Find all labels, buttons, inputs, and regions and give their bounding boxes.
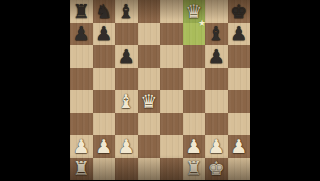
square-g5[interactable] (205, 68, 228, 91)
square-d5[interactable] (138, 68, 161, 91)
black-pawn[interactable]: ♟ (208, 46, 225, 65)
square-c4[interactable]: ♝ (115, 90, 138, 113)
letterbox-bar-right (250, 0, 320, 180)
square-b6[interactable] (93, 45, 116, 68)
square-f6[interactable] (183, 45, 206, 68)
square-h3[interactable] (228, 113, 251, 136)
white-bishop[interactable]: ♝ (118, 91, 135, 110)
square-d7[interactable] (138, 23, 161, 46)
square-a4[interactable] (70, 90, 93, 113)
square-a2[interactable]: ♟ (70, 135, 93, 158)
square-h1[interactable] (228, 158, 251, 181)
square-h7[interactable]: ♟ (228, 23, 251, 46)
square-d2[interactable] (138, 135, 161, 158)
square-e8[interactable] (160, 0, 183, 23)
square-c2[interactable]: ♟ (115, 135, 138, 158)
white-queen[interactable]: ♛ (185, 1, 202, 20)
square-g4[interactable] (205, 90, 228, 113)
square-c5[interactable] (115, 68, 138, 91)
square-f1[interactable]: ♜ (183, 158, 206, 181)
white-pawn[interactable]: ♟ (118, 136, 135, 155)
black-knight[interactable]: ♞ (95, 1, 112, 20)
square-h2[interactable]: ♟ (228, 135, 251, 158)
square-d3[interactable] (138, 113, 161, 136)
square-g1[interactable]: ♚ (205, 158, 228, 181)
square-d6[interactable] (138, 45, 161, 68)
square-h8[interactable]: ♚ (228, 0, 251, 23)
black-bishop[interactable]: ♝ (208, 24, 225, 43)
square-c6[interactable]: ♟ (115, 45, 138, 68)
square-g2[interactable]: ♟ (205, 135, 228, 158)
square-f4[interactable] (183, 90, 206, 113)
white-pawn[interactable]: ♟ (185, 136, 202, 155)
black-king[interactable]: ♚ (230, 1, 247, 20)
square-h4[interactable] (228, 90, 251, 113)
square-b1[interactable] (93, 158, 116, 181)
square-g7[interactable]: ♝ (205, 23, 228, 46)
black-pawn[interactable]: ♟ (73, 24, 90, 43)
white-rook[interactable]: ♜ (73, 159, 90, 178)
black-bishop[interactable]: ♝ (118, 1, 135, 20)
square-g8[interactable] (205, 0, 228, 23)
white-pawn[interactable]: ♟ (95, 136, 112, 155)
square-a6[interactable] (70, 45, 93, 68)
white-queen[interactable]: ♛ (140, 91, 157, 110)
black-pawn[interactable]: ♟ (118, 46, 135, 65)
square-b4[interactable] (93, 90, 116, 113)
square-g6[interactable]: ♟ (205, 45, 228, 68)
square-d1[interactable] (138, 158, 161, 181)
square-c3[interactable] (115, 113, 138, 136)
square-h6[interactable] (228, 45, 251, 68)
chess-board: ♜♞♝♛★♚♟♟♝♟♟♟♝♛♟♟♟♟♟♟♜♜♚ (70, 0, 250, 180)
square-b5[interactable] (93, 68, 116, 91)
square-f7[interactable] (183, 23, 206, 46)
black-pawn[interactable]: ♟ (230, 24, 247, 43)
square-a7[interactable]: ♟ (70, 23, 93, 46)
square-h5[interactable] (228, 68, 251, 91)
square-b7[interactable]: ♟ (93, 23, 116, 46)
white-rook[interactable]: ♜ (185, 159, 202, 178)
black-pawn[interactable]: ♟ (95, 24, 112, 43)
square-d4[interactable]: ♛ (138, 90, 161, 113)
square-b2[interactable]: ♟ (93, 135, 116, 158)
white-pawn[interactable]: ♟ (73, 136, 90, 155)
square-e5[interactable] (160, 68, 183, 91)
letterbox-bar-left (0, 0, 70, 180)
square-a8[interactable]: ♜ (70, 0, 93, 23)
black-rook[interactable]: ♜ (73, 1, 90, 20)
square-e4[interactable] (160, 90, 183, 113)
square-f2[interactable]: ♟ (183, 135, 206, 158)
square-c7[interactable] (115, 23, 138, 46)
square-e2[interactable] (160, 135, 183, 158)
square-d8[interactable] (138, 0, 161, 23)
square-b3[interactable] (93, 113, 116, 136)
square-e7[interactable] (160, 23, 183, 46)
square-c1[interactable] (115, 158, 138, 181)
square-f5[interactable] (183, 68, 206, 91)
video-frame: ♜♞♝♛★♚♟♟♝♟♟♟♝♛♟♟♟♟♟♟♜♜♚ (0, 0, 320, 180)
white-pawn[interactable]: ♟ (230, 136, 247, 155)
square-e6[interactable] (160, 45, 183, 68)
square-a5[interactable] (70, 68, 93, 91)
square-a3[interactable] (70, 113, 93, 136)
white-pawn[interactable]: ♟ (208, 136, 225, 155)
square-a1[interactable]: ♜ (70, 158, 93, 181)
square-e1[interactable] (160, 158, 183, 181)
square-e3[interactable] (160, 113, 183, 136)
square-g3[interactable] (205, 113, 228, 136)
square-f3[interactable] (183, 113, 206, 136)
white-king[interactable]: ♚ (208, 159, 225, 178)
square-f8[interactable]: ♛★ (183, 0, 206, 23)
square-b8[interactable]: ♞ (93, 0, 116, 23)
square-c8[interactable]: ♝ (115, 0, 138, 23)
